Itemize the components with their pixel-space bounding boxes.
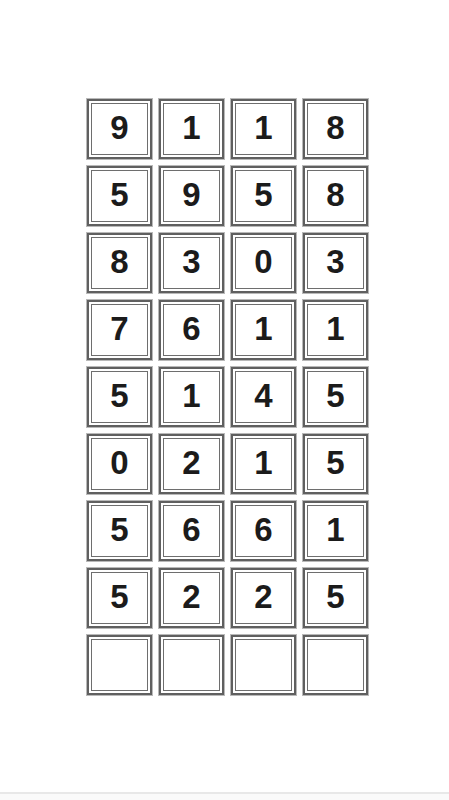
cell-value: 5 bbox=[91, 572, 148, 624]
cell-value: 5 bbox=[91, 371, 148, 423]
cell-value bbox=[307, 639, 364, 691]
board: 91185958830376115145021556615225 bbox=[87, 99, 368, 695]
cell-value: 3 bbox=[307, 237, 364, 289]
cell-value: 2 bbox=[163, 572, 220, 624]
cell-value: 3 bbox=[163, 237, 220, 289]
digit-cell: 1 bbox=[231, 434, 296, 494]
cell-value: 0 bbox=[235, 237, 292, 289]
cell-value: 6 bbox=[235, 505, 292, 557]
cell-value bbox=[91, 639, 148, 691]
cell-value: 5 bbox=[235, 170, 292, 222]
digit-cell: 1 bbox=[231, 99, 296, 159]
cell-value: 4 bbox=[235, 371, 292, 423]
digit-cell: 2 bbox=[159, 434, 224, 494]
cell-value: 2 bbox=[235, 572, 292, 624]
cell-value: 8 bbox=[307, 103, 364, 155]
cell-value: 1 bbox=[235, 438, 292, 490]
digit-cell: 5 bbox=[231, 166, 296, 226]
digit-cell: 5 bbox=[87, 367, 152, 427]
answer-cell[interactable] bbox=[87, 635, 152, 695]
worksheet-page: 91185958830376115145021556615225 bbox=[0, 0, 449, 800]
digit-cell: 5 bbox=[303, 434, 368, 494]
cell-value: 5 bbox=[307, 438, 364, 490]
digit-cell: 1 bbox=[159, 367, 224, 427]
cell-value: 1 bbox=[235, 103, 292, 155]
digit-cell: 5 bbox=[303, 568, 368, 628]
cell-value: 5 bbox=[91, 505, 148, 557]
digit-cell: 6 bbox=[159, 501, 224, 561]
digit-cell: 0 bbox=[231, 233, 296, 293]
cell-value bbox=[163, 639, 220, 691]
cell-value: 1 bbox=[163, 103, 220, 155]
cell-value: 5 bbox=[91, 170, 148, 222]
cell-value: 9 bbox=[91, 103, 148, 155]
cell-value: 2 bbox=[163, 438, 220, 490]
digit-cell: 5 bbox=[303, 367, 368, 427]
answer-cell[interactable] bbox=[303, 635, 368, 695]
digit-cell: 6 bbox=[231, 501, 296, 561]
cell-value: 8 bbox=[91, 237, 148, 289]
answer-cell[interactable] bbox=[231, 635, 296, 695]
digit-cell: 1 bbox=[303, 501, 368, 561]
cell-value: 5 bbox=[307, 371, 364, 423]
cell-value: 6 bbox=[163, 304, 220, 356]
digit-cell: 3 bbox=[303, 233, 368, 293]
digit-cell: 1 bbox=[231, 300, 296, 360]
digit-cell: 0 bbox=[87, 434, 152, 494]
digit-cell: 7 bbox=[87, 300, 152, 360]
digit-cell: 9 bbox=[159, 166, 224, 226]
cell-value: 1 bbox=[307, 304, 364, 356]
cell-value: 9 bbox=[163, 170, 220, 222]
answer-cell[interactable] bbox=[159, 635, 224, 695]
bottom-strip bbox=[0, 794, 449, 800]
cell-value: 1 bbox=[235, 304, 292, 356]
digit-cell: 4 bbox=[231, 367, 296, 427]
digit-cell: 6 bbox=[159, 300, 224, 360]
digit-cell: 8 bbox=[87, 233, 152, 293]
cell-value: 7 bbox=[91, 304, 148, 356]
digit-cell: 5 bbox=[87, 501, 152, 561]
digit-cell: 1 bbox=[303, 300, 368, 360]
cell-value bbox=[235, 639, 292, 691]
digit-cell: 5 bbox=[87, 568, 152, 628]
cell-value: 0 bbox=[91, 438, 148, 490]
cell-value: 1 bbox=[163, 371, 220, 423]
cell-value: 6 bbox=[163, 505, 220, 557]
digit-cell: 9 bbox=[87, 99, 152, 159]
digit-cell: 8 bbox=[303, 166, 368, 226]
cell-value: 1 bbox=[307, 505, 364, 557]
digit-cell: 3 bbox=[159, 233, 224, 293]
cell-value: 8 bbox=[307, 170, 364, 222]
cell-value: 5 bbox=[307, 572, 364, 624]
digit-cell: 2 bbox=[159, 568, 224, 628]
digit-cell: 8 bbox=[303, 99, 368, 159]
digit-cell: 2 bbox=[231, 568, 296, 628]
digit-cell: 1 bbox=[159, 99, 224, 159]
digit-cell: 5 bbox=[87, 166, 152, 226]
